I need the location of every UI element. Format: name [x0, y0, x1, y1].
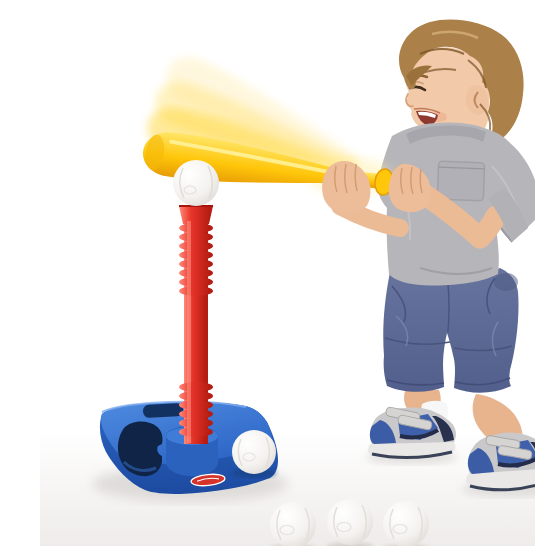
- product-photo: [40, 16, 535, 546]
- pole-highlight: [187, 221, 191, 443]
- floor-ball-1: [270, 502, 316, 546]
- pole-top-cup: [179, 206, 213, 224]
- ball-on-tee: [173, 160, 219, 206]
- pocket-bump-shade: [494, 273, 518, 291]
- floor-ball-2: [327, 499, 373, 545]
- tee-pole: [179, 206, 213, 444]
- ball-on-base: [232, 430, 276, 478]
- tshirt-pocket: [437, 161, 484, 201]
- floor-balls: [269, 499, 430, 546]
- far-upper-arm: [480, 216, 496, 238]
- floor-ball-3: [383, 501, 429, 546]
- base-top-recess: [143, 403, 184, 418]
- photo-canvas: [40, 16, 535, 546]
